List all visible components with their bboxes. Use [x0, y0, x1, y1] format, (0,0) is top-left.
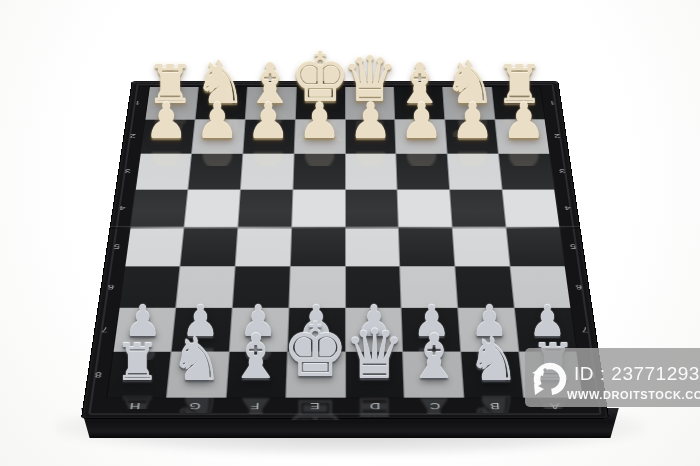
square-g3[interactable] [188, 154, 242, 189]
square-h4[interactable] [131, 190, 188, 227]
piece-white-pawn-d2[interactable]: ♟ [348, 97, 392, 146]
square-b3[interactable] [448, 154, 502, 189]
piece-black-knight-b8[interactable]: ♞ [467, 329, 520, 388]
watermark-id-text: ID : 2377129378 [574, 363, 700, 385]
rank-label-3-left: 3 [124, 168, 131, 174]
square-g4[interactable] [184, 190, 239, 227]
piece-black-bishop-c8[interactable]: ♝ [406, 327, 461, 389]
square-d4[interactable] [345, 190, 398, 227]
piece-white-pawn-h2[interactable]: ♟ [144, 97, 188, 146]
watermark: ID : 2377129378 WWW.DROITSTOCK.COM [525, 348, 700, 407]
file-label-e: E [310, 401, 320, 411]
square-f5[interactable] [235, 227, 290, 266]
square-b4[interactable] [450, 190, 505, 227]
rank-label-7-left: 7 [101, 326, 109, 334]
square-d3[interactable] [345, 154, 396, 189]
square-a5[interactable] [507, 227, 565, 266]
piece-white-pawn-a2[interactable]: ♟ [502, 97, 546, 146]
file-label-h: H [129, 401, 141, 411]
piece-black-king-e8[interactable]: ♚ [282, 314, 349, 389]
square-c4[interactable] [398, 190, 452, 227]
file-label-g: G [189, 401, 201, 411]
square-e4[interactable] [292, 190, 345, 227]
square-e5[interactable] [290, 227, 344, 266]
rank-label-1-right: 1 [549, 100, 555, 106]
rank-label-5-left: 5 [113, 243, 120, 250]
rank-label-2-left: 2 [130, 133, 137, 139]
piece-black-rook-h8[interactable]: ♜ [114, 338, 159, 389]
rank-label-1-left: 1 [134, 100, 140, 106]
rank-label-4-left: 4 [119, 205, 126, 211]
droitstock-bird-logo-icon [531, 356, 569, 398]
rank-label-2-right: 2 [554, 133, 561, 139]
piece-black-queen-d8[interactable]: ♛ [344, 320, 405, 388]
square-h3[interactable] [136, 154, 191, 189]
piece-white-pawn-g2[interactable]: ♟ [195, 97, 239, 146]
square-b5[interactable] [453, 227, 510, 266]
rank-label-6-right: 6 [575, 284, 582, 291]
square-f3[interactable] [241, 154, 294, 189]
rank-label-5-right: 5 [570, 243, 577, 250]
square-e3[interactable] [293, 154, 344, 189]
stock-photo-scene: HGFEDCBA 12345678 12345678 ♜♜♞♞♝♝♛♛♚♚♝♝♞… [0, 0, 700, 466]
piece-white-pawn-f2[interactable]: ♟ [246, 97, 290, 146]
square-a4[interactable] [503, 190, 560, 227]
piece-white-pawn-c2[interactable]: ♟ [400, 97, 444, 146]
square-h5[interactable] [125, 227, 183, 266]
file-label-d: D [370, 401, 381, 411]
piece-white-pawn-e2[interactable]: ♟ [297, 97, 341, 146]
rank-label-4-right: 4 [564, 205, 571, 211]
file-label-c: C [430, 401, 441, 411]
square-a3[interactable] [499, 154, 554, 189]
piece-black-bishop-f8[interactable]: ♝ [228, 327, 283, 389]
square-f4[interactable] [238, 190, 292, 227]
square-g5[interactable] [180, 227, 237, 266]
file-label-b: B [490, 401, 501, 411]
rank-label-3-right: 3 [559, 168, 566, 174]
square-d5[interactable] [345, 227, 399, 266]
square-c3[interactable] [397, 154, 450, 189]
square-c5[interactable] [399, 227, 454, 266]
rank-label-8-left: 8 [94, 371, 102, 379]
file-label-f: F [250, 401, 259, 411]
piece-black-knight-g8[interactable]: ♞ [170, 329, 223, 388]
rank-label-7-right: 7 [581, 326, 589, 334]
watermark-url-text: WWW.DROITSTOCK.COM [567, 389, 700, 401]
rank-label-6-left: 6 [107, 284, 114, 291]
piece-white-pawn-b2[interactable]: ♟ [451, 97, 495, 146]
